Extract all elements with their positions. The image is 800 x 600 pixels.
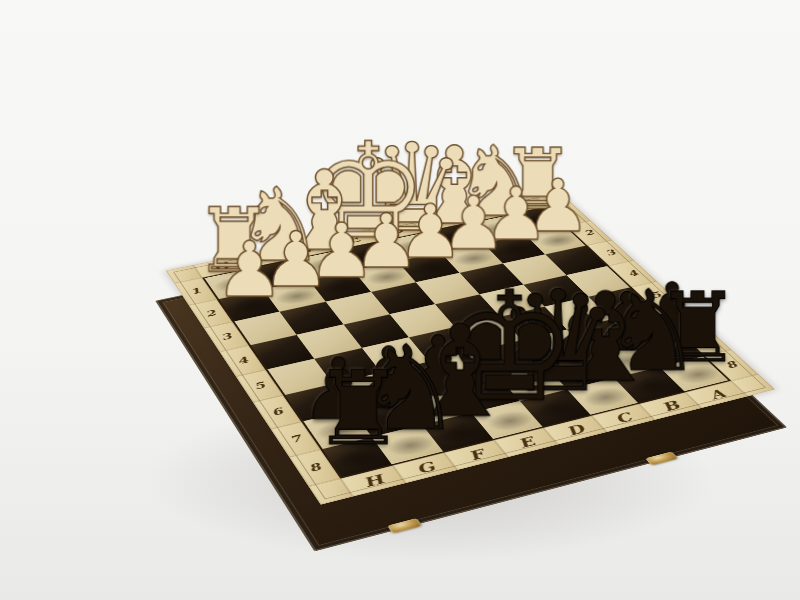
board-stage: HGFEDCBA1♜♞♝♚♛♝♞♜12♟♟♟♟♟♟♟♟2334455667♟♟♟…	[225, 97, 685, 557]
chess-board: HGFEDCBA1♜♞♝♚♛♝♞♜12♟♟♟♟♟♟♟♟2334455667♟♟♟…	[166, 191, 775, 505]
chess-set-photo: HGFEDCBA1♜♞♝♚♛♝♞♜12♟♟♟♟♟♟♟♟2334455667♟♟♟…	[0, 0, 800, 600]
brass-clasp-icon	[645, 451, 679, 465]
brass-clasp-icon	[387, 518, 422, 534]
